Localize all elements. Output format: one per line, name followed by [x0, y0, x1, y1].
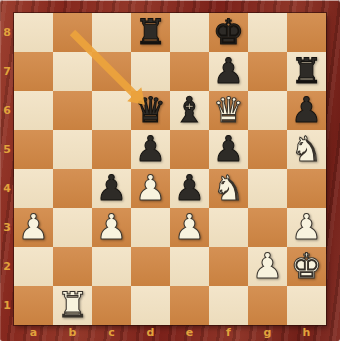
- file-label-a: a: [14, 325, 53, 341]
- file-label-g: g: [248, 325, 287, 341]
- square-d2[interactable]: [131, 247, 170, 286]
- square-b5[interactable]: [53, 130, 92, 169]
- square-g6[interactable]: [248, 91, 287, 130]
- square-b4[interactable]: [53, 169, 92, 208]
- square-e6[interactable]: ♝: [170, 91, 209, 130]
- square-h7[interactable]: ♜: [287, 52, 326, 91]
- rank-label-3: 3: [1, 208, 13, 247]
- file-label-c: c: [92, 325, 131, 341]
- square-b7[interactable]: [53, 52, 92, 91]
- file-label-h: h: [287, 325, 326, 341]
- piece-white-king-h2[interactable]: ♚: [291, 247, 322, 286]
- piece-black-pawn-e4[interactable]: ♟: [174, 169, 205, 208]
- square-a2[interactable]: [14, 247, 53, 286]
- square-d6[interactable]: ♛: [131, 91, 170, 130]
- square-f5[interactable]: ♟: [209, 130, 248, 169]
- piece-black-queen-d6[interactable]: ♛: [135, 91, 166, 130]
- piece-black-pawn-c4[interactable]: ♟: [96, 169, 127, 208]
- square-g7[interactable]: [248, 52, 287, 91]
- square-h2[interactable]: ♚: [287, 247, 326, 286]
- square-g8[interactable]: [248, 13, 287, 52]
- square-c4[interactable]: ♟: [92, 169, 131, 208]
- square-f2[interactable]: [209, 247, 248, 286]
- rank-label-6: 6: [1, 91, 13, 130]
- piece-black-pawn-d5[interactable]: ♟: [135, 130, 166, 169]
- square-c3[interactable]: ♟: [92, 208, 131, 247]
- square-c8[interactable]: [92, 13, 131, 52]
- piece-black-bishop-e6[interactable]: ♝: [174, 91, 205, 130]
- rank-label-8: 8: [1, 13, 13, 52]
- square-b1[interactable]: ♜: [53, 286, 92, 325]
- square-a4[interactable]: [14, 169, 53, 208]
- square-d3[interactable]: [131, 208, 170, 247]
- piece-white-pawn-g2[interactable]: ♟: [252, 247, 283, 286]
- rank-label-7: 7: [1, 52, 13, 91]
- piece-white-knight-h5[interactable]: ♞: [291, 130, 322, 169]
- square-a5[interactable]: [14, 130, 53, 169]
- square-e4[interactable]: ♟: [170, 169, 209, 208]
- square-f3[interactable]: [209, 208, 248, 247]
- square-h4[interactable]: [287, 169, 326, 208]
- square-e8[interactable]: [170, 13, 209, 52]
- square-a6[interactable]: [14, 91, 53, 130]
- square-b8[interactable]: [53, 13, 92, 52]
- piece-white-pawn-d4[interactable]: ♟: [135, 169, 166, 208]
- square-e7[interactable]: [170, 52, 209, 91]
- square-h6[interactable]: ♟: [287, 91, 326, 130]
- piece-white-pawn-h3[interactable]: ♟: [291, 208, 322, 247]
- square-c7[interactable]: [92, 52, 131, 91]
- square-e5[interactable]: [170, 130, 209, 169]
- square-d7[interactable]: [131, 52, 170, 91]
- square-d8[interactable]: ♜: [131, 13, 170, 52]
- rank-label-5: 5: [1, 130, 13, 169]
- square-d5[interactable]: ♟: [131, 130, 170, 169]
- square-c1[interactable]: [92, 286, 131, 325]
- piece-white-pawn-a3[interactable]: ♟: [18, 208, 49, 247]
- square-g5[interactable]: [248, 130, 287, 169]
- square-f4[interactable]: ♞: [209, 169, 248, 208]
- file-label-f: f: [209, 325, 248, 341]
- rank-label-4: 4: [1, 169, 13, 208]
- square-a3[interactable]: ♟: [14, 208, 53, 247]
- square-g2[interactable]: ♟: [248, 247, 287, 286]
- piece-white-queen-f6[interactable]: ♛: [213, 91, 244, 130]
- rank-label-1: 1: [1, 286, 13, 325]
- square-a8[interactable]: [14, 13, 53, 52]
- square-e3[interactable]: ♟: [170, 208, 209, 247]
- square-c5[interactable]: [92, 130, 131, 169]
- chess-board-widget: ♜♚♟♜♛♝♛♟♟♟♞♟♟♟♞♟♟♟♟♟♚♜ 87654321abcdefgh: [0, 0, 340, 341]
- square-h3[interactable]: ♟: [287, 208, 326, 247]
- piece-white-knight-f4[interactable]: ♞: [213, 169, 244, 208]
- square-d4[interactable]: ♟: [131, 169, 170, 208]
- square-b6[interactable]: [53, 91, 92, 130]
- square-a7[interactable]: [14, 52, 53, 91]
- piece-white-rook-b1[interactable]: ♜: [57, 286, 88, 325]
- square-c2[interactable]: [92, 247, 131, 286]
- piece-black-king-f8[interactable]: ♚: [213, 13, 244, 52]
- square-b3[interactable]: [53, 208, 92, 247]
- file-label-e: e: [170, 325, 209, 341]
- piece-black-pawn-h6[interactable]: ♟: [291, 91, 322, 130]
- square-e2[interactable]: [170, 247, 209, 286]
- square-h5[interactable]: ♞: [287, 130, 326, 169]
- piece-black-pawn-f5[interactable]: ♟: [213, 130, 244, 169]
- square-b2[interactable]: [53, 247, 92, 286]
- file-label-b: b: [53, 325, 92, 341]
- square-h8[interactable]: [287, 13, 326, 52]
- piece-white-pawn-e3[interactable]: ♟: [174, 208, 205, 247]
- square-f8[interactable]: ♚: [209, 13, 248, 52]
- square-f7[interactable]: ♟: [209, 52, 248, 91]
- rank-label-2: 2: [1, 247, 13, 286]
- square-g3[interactable]: [248, 208, 287, 247]
- file-label-d: d: [131, 325, 170, 341]
- piece-black-rook-h7[interactable]: ♜: [291, 52, 322, 91]
- piece-black-pawn-f7[interactable]: ♟: [213, 52, 244, 91]
- piece-black-rook-d8[interactable]: ♜: [135, 13, 166, 52]
- square-g1[interactable]: [248, 286, 287, 325]
- square-f1[interactable]: [209, 286, 248, 325]
- piece-white-pawn-c3[interactable]: ♟: [96, 208, 127, 247]
- square-a1[interactable]: [14, 286, 53, 325]
- square-e1[interactable]: [170, 286, 209, 325]
- square-d1[interactable]: [131, 286, 170, 325]
- square-g4[interactable]: [248, 169, 287, 208]
- board: ♜♚♟♜♛♝♛♟♟♟♞♟♟♟♞♟♟♟♟♟♚♜: [14, 13, 326, 325]
- square-h1[interactable]: [287, 286, 326, 325]
- square-f6[interactable]: ♛: [209, 91, 248, 130]
- square-c6[interactable]: [92, 91, 131, 130]
